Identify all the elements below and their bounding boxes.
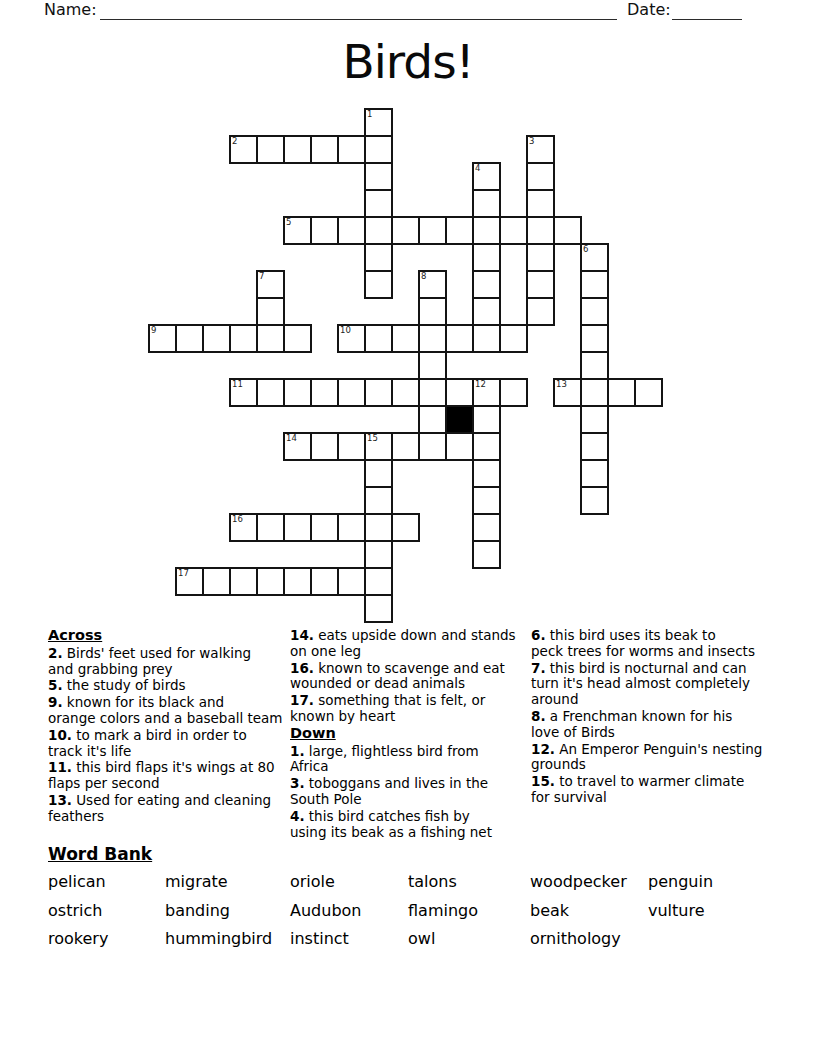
grid-cell-r17c3 — [229, 567, 258, 596]
grid-cell-r17c2 — [202, 567, 231, 596]
grid-cell-r6c14 — [526, 270, 555, 299]
clue-text: this bird uses its beak to peck trees fo… — [531, 627, 755, 659]
grid-cell-r10c13 — [499, 378, 528, 407]
clue-number-label: 6. — [531, 627, 546, 643]
grid-cell-r11c10 — [418, 405, 447, 434]
word-bank-item-instinct: instinct — [290, 929, 408, 958]
word-bank-item-pelican: pelican — [48, 872, 165, 901]
word-bank-item-audubon: Audubon — [290, 901, 408, 930]
grid-cell-r8c10 — [418, 324, 447, 353]
grid-cell-r4c11 — [445, 216, 474, 245]
clue-text: a Frenchman known for his love of Birds — [531, 708, 732, 740]
clue-7: 7. this bird is nocturnal and can turn i… — [531, 661, 773, 708]
clue-text: to mark a bird in order to track it's li… — [48, 727, 247, 759]
grid-cell-r12c11 — [445, 432, 474, 461]
grid-cell-r2c8 — [364, 162, 393, 191]
word-bank-header: Word Bank — [48, 844, 152, 864]
clue-4: 4. this bird catches fish by using its b… — [290, 809, 532, 841]
clue-number-label: 14. — [290, 627, 314, 643]
grid-cell-r10c7 — [337, 378, 366, 407]
grid-cell-r3c14 — [526, 189, 555, 218]
grid-cell-r4c14 — [526, 216, 555, 245]
grid-cell-r4c13 — [499, 216, 528, 245]
clue-12: 12. An Emperor Penguin's nesting grounds — [531, 742, 773, 774]
clue-14: 14. eats upside down and stands on one l… — [290, 628, 532, 660]
clue-15: 15. to travel to warmer climate for surv… — [531, 774, 773, 806]
clue-number-10: 10 — [340, 326, 351, 335]
clue-number-label: 11. — [48, 759, 72, 775]
clue-number-label: 16. — [290, 660, 314, 676]
page-title: Birds! — [0, 34, 816, 89]
word-bank-item-owl: owl — [408, 929, 530, 958]
clue-column-middle: 14. eats upside down and stands on one l… — [290, 628, 532, 841]
word-bank-item-flamingo: flamingo — [408, 901, 530, 930]
grid-cell-r5c8 — [364, 243, 393, 272]
grid-cell-r4c7 — [337, 216, 366, 245]
grid-cell-r1c6 — [310, 135, 339, 164]
name-blank-line — [100, 2, 617, 20]
name-label: Name: — [44, 0, 97, 19]
grid-cell-r9c16 — [580, 351, 609, 380]
grid-cell-r7c4 — [256, 297, 285, 326]
clue-number-9: 9 — [151, 326, 156, 335]
grid-cell-r10c4 — [256, 378, 285, 407]
grid-cell-r8c9 — [391, 324, 420, 353]
clue-13: 13. Used for eating and cleaning feather… — [48, 793, 290, 825]
grid-cell-r8c4 — [256, 324, 285, 353]
grid-cell-r12c12 — [472, 432, 501, 461]
grid-cell-r12c7 — [337, 432, 366, 461]
grid-cell-r8c11 — [445, 324, 474, 353]
grid-cell-r0c8: 1 — [364, 108, 393, 137]
grid-cell-r6c8 — [364, 270, 393, 299]
grid-cell-r10c5 — [283, 378, 312, 407]
grid-cell-r4c10 — [418, 216, 447, 245]
grid-black-cell-r11c11 — [445, 405, 474, 434]
word-bank-item-banding: banding — [165, 901, 290, 930]
clue-text: this bird flaps it's wings at 80 flaps p… — [48, 759, 275, 791]
grid-cell-r16c12 — [472, 540, 501, 569]
grid-cell-r17c6 — [310, 567, 339, 596]
grid-cell-r8c12 — [472, 324, 501, 353]
grid-cell-r8c5 — [283, 324, 312, 353]
clue-number-label: 12. — [531, 741, 555, 757]
grid-cell-r15c12 — [472, 513, 501, 542]
grid-cell-r14c8 — [364, 486, 393, 515]
grid-cell-r1c7 — [337, 135, 366, 164]
grid-cell-r13c16 — [580, 459, 609, 488]
clue-text: this bird catches fish by using its beak… — [290, 808, 492, 840]
grid-cell-r8c8 — [364, 324, 393, 353]
clue-number-3: 3 — [529, 137, 534, 146]
word-bank-item-ornithology: ornithology — [530, 929, 648, 958]
clue-text: known to scavenge and eat wounded or dea… — [290, 660, 505, 692]
clue-3: 3. toboggans and lives in the South Pole — [290, 776, 532, 808]
grid-cell-r8c16 — [580, 324, 609, 353]
clue-number-label: 5. — [48, 677, 63, 693]
worksheet-page: Name: Date: Birds! 123456789101112131415… — [0, 0, 816, 1056]
clue-section-header-across: Across — [48, 628, 290, 644]
grid-cell-r8c2 — [202, 324, 231, 353]
clue-2: 2. Birds' feet used for walking and grab… — [48, 646, 290, 678]
clue-16: 16. known to scavenge and eat wounded or… — [290, 661, 532, 693]
clue-number-17: 17 — [178, 569, 189, 578]
word-bank-item-oriole: oriole — [290, 872, 408, 901]
grid-cell-r7c14 — [526, 297, 555, 326]
clue-number-label: 13. — [48, 792, 72, 808]
clue-number-label: 17. — [290, 692, 314, 708]
clue-11: 11. this bird flaps it's wings at 80 fla… — [48, 760, 290, 792]
grid-cell-r15c7 — [337, 513, 366, 542]
grid-cell-r6c4: 7 — [256, 270, 285, 299]
grid-cell-r12c5: 14 — [283, 432, 312, 461]
grid-cell-r8c13 — [499, 324, 528, 353]
grid-cell-r8c3 — [229, 324, 258, 353]
grid-cell-r2c12: 4 — [472, 162, 501, 191]
clue-number-1: 1 — [367, 110, 372, 119]
clue-number-15: 15 — [367, 434, 378, 443]
grid-cell-r12c9 — [391, 432, 420, 461]
grid-cell-r7c16 — [580, 297, 609, 326]
clue-17: 17. something that is felt, or known by … — [290, 693, 532, 725]
grid-cell-r12c10 — [418, 432, 447, 461]
clue-text: this bird is nocturnal and can turn it's… — [531, 660, 750, 708]
grid-cell-r17c5 — [283, 567, 312, 596]
clue-text: eats upside down and stands on one leg — [290, 627, 516, 659]
grid-cell-r1c4 — [256, 135, 285, 164]
word-bank-grid: pelicanmigrateorioletalonswoodpeckerpeng… — [48, 872, 768, 958]
word-bank-item-talons: talons — [408, 872, 530, 901]
clue-number-label: 1. — [290, 743, 305, 759]
grid-cell-r6c10: 8 — [418, 270, 447, 299]
clue-number-label: 7. — [531, 660, 546, 676]
clue-text: Used for eating and cleaning feathers — [48, 792, 271, 824]
clue-number-label: 3. — [290, 775, 305, 791]
clue-number-7: 7 — [259, 272, 264, 281]
clue-text: large, flightless bird from Africa — [290, 743, 479, 775]
grid-cell-r1c3: 2 — [229, 135, 258, 164]
word-bank-item-rookery: rookery — [48, 929, 165, 958]
grid-cell-r15c9 — [391, 513, 420, 542]
clue-number-label: 15. — [531, 773, 555, 789]
clue-1: 1. large, flightless bird from Africa — [290, 744, 532, 776]
word-bank-item-woodpecker: woodpecker — [530, 872, 648, 901]
grid-cell-r14c12 — [472, 486, 501, 515]
clue-text: Birds' feet used for walking and grabbin… — [48, 645, 251, 677]
clue-column-across: Across2. Birds' feet used for walking an… — [48, 628, 290, 826]
grid-cell-r13c8 — [364, 459, 393, 488]
grid-cell-r18c8 — [364, 594, 393, 623]
grid-cell-r15c3: 16 — [229, 513, 258, 542]
clue-number-13: 13 — [556, 380, 567, 389]
grid-cell-r1c5 — [283, 135, 312, 164]
grid-cell-r17c4 — [256, 567, 285, 596]
grid-cell-r12c6 — [310, 432, 339, 461]
grid-cell-r10c16 — [580, 378, 609, 407]
clue-number-label: 2. — [48, 645, 63, 661]
crossword-grid: 1234567891011121314151617 — [148, 108, 668, 628]
grid-cell-r5c16: 6 — [580, 243, 609, 272]
grid-cell-r10c11 — [445, 378, 474, 407]
grid-cell-r2c14 — [526, 162, 555, 191]
clue-text: something that is felt, or known by hear… — [290, 692, 485, 724]
date-label: Date: — [627, 0, 671, 19]
grid-cell-r10c9 — [391, 378, 420, 407]
grid-cell-r7c12 — [472, 297, 501, 326]
grid-cell-r10c10 — [418, 378, 447, 407]
grid-cell-r1c8 — [364, 135, 393, 164]
clue-text: to travel to warmer climate for survival — [531, 773, 744, 805]
grid-cell-r14c16 — [580, 486, 609, 515]
grid-cell-r6c12 — [472, 270, 501, 299]
clue-9: 9. known for its black and orange colors… — [48, 695, 290, 727]
grid-cell-r4c6 — [310, 216, 339, 245]
grid-cell-r6c16 — [580, 270, 609, 299]
clue-number-2: 2 — [232, 137, 237, 146]
grid-cell-r8c0: 9 — [148, 324, 177, 353]
word-bank-item-migrate: migrate — [165, 872, 290, 901]
clue-number-12: 12 — [475, 380, 486, 389]
grid-cell-r11c16 — [580, 405, 609, 434]
grid-cell-r12c16 — [580, 432, 609, 461]
date-blank-line — [672, 2, 742, 20]
clue-8: 8. a Frenchman known for his love of Bir… — [531, 709, 773, 741]
grid-cell-r10c6 — [310, 378, 339, 407]
grid-cell-r4c15 — [553, 216, 582, 245]
clue-number-label: 9. — [48, 694, 63, 710]
clue-6: 6. this bird uses its beak to peck trees… — [531, 628, 773, 660]
grid-cell-r16c8 — [364, 540, 393, 569]
clue-number-5: 5 — [286, 218, 291, 227]
clue-text: toboggans and lives in the South Pole — [290, 775, 488, 807]
clue-text: An Emperor Penguin's nesting grounds — [531, 741, 762, 773]
grid-cell-r10c17 — [607, 378, 636, 407]
clue-number-4: 4 — [475, 164, 480, 173]
grid-cell-r4c9 — [391, 216, 420, 245]
grid-cell-r4c8 — [364, 216, 393, 245]
grid-cell-r12c8: 15 — [364, 432, 393, 461]
clue-column-right: 6. this bird uses its beak to peck trees… — [531, 628, 773, 807]
clue-5: 5. the study of birds — [48, 678, 290, 694]
grid-cell-r17c1: 17 — [175, 567, 204, 596]
grid-cell-r3c12 — [472, 189, 501, 218]
grid-cell-r8c7: 10 — [337, 324, 366, 353]
word-bank-item-ostrich: ostrich — [48, 901, 165, 930]
clue-number-8: 8 — [421, 272, 426, 281]
grid-cell-r3c8 — [364, 189, 393, 218]
clue-number-16: 16 — [232, 515, 243, 524]
grid-cell-r13c12 — [472, 459, 501, 488]
grid-cell-r4c12 — [472, 216, 501, 245]
grid-cell-r10c15: 13 — [553, 378, 582, 407]
clue-number-label: 8. — [531, 708, 546, 724]
grid-cell-r4c5: 5 — [283, 216, 312, 245]
word-bank-item-beak: beak — [530, 901, 648, 930]
clue-text: known for its black and orange colors an… — [48, 694, 282, 726]
clue-number-14: 14 — [286, 434, 297, 443]
word-bank-item-penguin: penguin — [648, 872, 768, 901]
grid-cell-r9c10 — [418, 351, 447, 380]
clue-section-header-down: Down — [290, 726, 532, 742]
clue-number-label: 10. — [48, 727, 72, 743]
grid-cell-r15c6 — [310, 513, 339, 542]
word-bank-item-vulture: vulture — [648, 901, 768, 930]
grid-cell-r17c7 — [337, 567, 366, 596]
word-bank-item-hummingbird: hummingbird — [165, 929, 290, 958]
grid-cell-r7c10 — [418, 297, 447, 326]
grid-cell-r15c5 — [283, 513, 312, 542]
grid-cell-r10c8 — [364, 378, 393, 407]
clue-10: 10. to mark a bird in order to track it'… — [48, 728, 290, 760]
clue-number-6: 6 — [583, 245, 588, 254]
grid-cell-r17c8 — [364, 567, 393, 596]
grid-cell-r10c3: 11 — [229, 378, 258, 407]
grid-cell-r1c14: 3 — [526, 135, 555, 164]
grid-cell-r5c12 — [472, 243, 501, 272]
clue-text: the study of birds — [63, 677, 186, 693]
grid-cell-r10c18 — [634, 378, 663, 407]
grid-cell-r10c12: 12 — [472, 378, 501, 407]
grid-cell-r15c4 — [256, 513, 285, 542]
clue-number-label: 4. — [290, 808, 305, 824]
grid-cell-r11c12 — [472, 405, 501, 434]
grid-cell-r15c8 — [364, 513, 393, 542]
clue-number-11: 11 — [232, 380, 243, 389]
grid-cell-r5c14 — [526, 243, 555, 272]
grid-cell-r8c1 — [175, 324, 204, 353]
